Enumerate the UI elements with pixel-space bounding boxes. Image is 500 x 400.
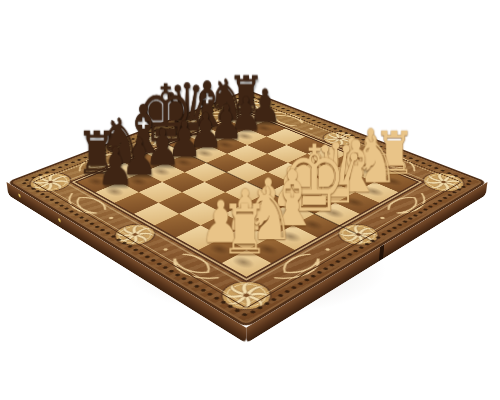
piece-black-pawn-h7[interactable]: ♟ bbox=[75, 141, 157, 193]
piece-white-rook-h1[interactable]: ♜ bbox=[198, 195, 291, 264]
brass-pin-icon bbox=[18, 193, 21, 198]
brass-pin-icon bbox=[58, 218, 61, 223]
product-photo-scene: ♜♞♟♝♟♛♟♚♟♝♟♞♟♟♜♟♟♜♟♟♞♟♝♟♛♟♚♟♝♟♞♜ bbox=[0, 0, 500, 400]
